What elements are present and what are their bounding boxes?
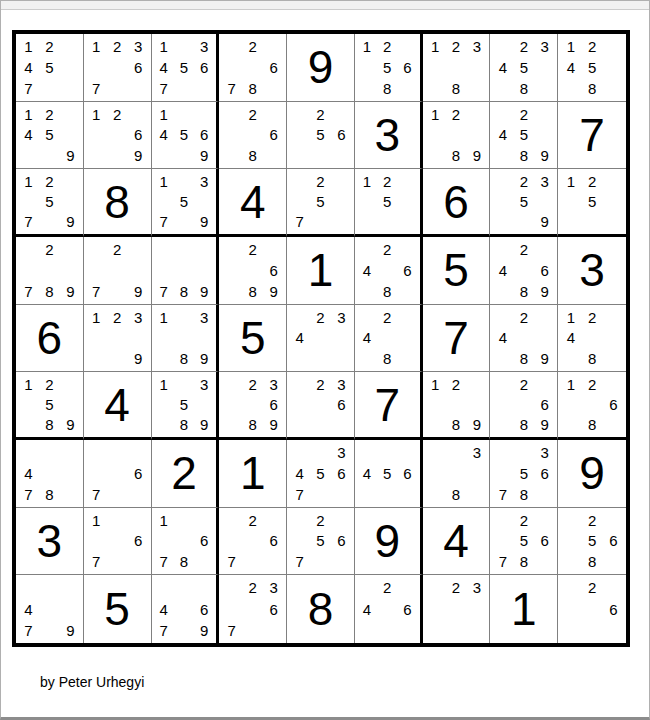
candidate-digit: 5 <box>377 463 397 484</box>
candidate-digit: 6 <box>194 57 214 78</box>
cell-r9c7[interactable]: 23 <box>423 575 491 643</box>
candidate-digit: 6 <box>263 125 284 146</box>
empty-candidate-slot <box>310 212 331 232</box>
cell-r2c2[interactable]: 1269 <box>84 102 152 170</box>
author-credit: by Peter Urhegyi <box>40 674 144 690</box>
empty-candidate-slot <box>174 239 194 260</box>
empty-candidate-slot <box>492 531 513 552</box>
candidate-digit: 6 <box>128 125 149 146</box>
cell-r1c3[interactable]: 134567 <box>152 34 220 102</box>
solved-digit: 5 <box>104 586 130 632</box>
candidate-digit: 7 <box>154 281 174 302</box>
candidate-digit: 2 <box>377 36 397 57</box>
empty-candidate-slot <box>60 442 81 463</box>
cell-r3c9[interactable]: 125 <box>558 169 626 237</box>
cell-r7c7[interactable]: 38 <box>423 440 491 508</box>
cell-r3c3[interactable]: 13579 <box>152 169 220 237</box>
empty-candidate-slot <box>310 415 331 435</box>
cell-r3c7[interactable]: 6 <box>423 169 491 237</box>
empty-candidate-slot <box>603 577 624 598</box>
cell-r2c7[interactable]: 1289 <box>423 102 491 170</box>
cell-r5c4[interactable]: 5 <box>219 305 287 373</box>
empty-candidate-slot <box>357 620 377 641</box>
candidate-digit: 9 <box>263 281 284 302</box>
candidate-digit: 1 <box>154 36 174 57</box>
empty-candidate-slot <box>560 510 581 531</box>
cell-r5c1[interactable]: 6 <box>16 305 84 373</box>
cell-r7c4[interactable]: 1 <box>219 440 287 508</box>
empty-candidate-slot <box>331 484 352 505</box>
empty-candidate-slot <box>425 577 446 598</box>
cell-r1c7[interactable]: 1238 <box>423 34 491 102</box>
empty-candidate-slot <box>603 374 624 394</box>
candidate-digit: 2 <box>377 307 397 328</box>
candidate-digit: 7 <box>289 212 310 232</box>
empty-candidate-slot <box>331 192 352 212</box>
cell-r4c8[interactable]: 24689 <box>490 237 558 305</box>
empty-candidate-slot <box>603 510 624 531</box>
cell-r8c2[interactable]: 167 <box>84 508 152 576</box>
empty-candidate-slot <box>534 78 555 99</box>
empty-candidate-slot <box>331 171 352 191</box>
empty-candidate-slot <box>86 57 107 78</box>
candidate-digit: 1 <box>86 36 107 57</box>
candidate-digit: 5 <box>39 125 60 146</box>
empty-candidate-slot <box>513 212 534 232</box>
candidate-digit: 6 <box>397 57 417 78</box>
cell-r3c8[interactable]: 2359 <box>490 169 558 237</box>
empty-candidate-slot <box>603 78 624 99</box>
candidate-digit: 5 <box>310 463 331 484</box>
empty-candidate-slot <box>60 57 81 78</box>
empty-candidate-slot <box>107 328 128 349</box>
sudoku-board: 1245712367134567267891256812382345812458… <box>12 30 630 647</box>
candidate-digit: 8 <box>446 415 467 435</box>
empty-candidate-slot <box>39 212 60 232</box>
empty-candidate-slot <box>492 463 513 484</box>
solved-digit: 7 <box>579 112 605 158</box>
candidate-digit: 1 <box>18 36 39 57</box>
cell-r6c6[interactable]: 7 <box>355 372 423 440</box>
empty-candidate-slot <box>86 328 107 349</box>
empty-candidate-slot <box>18 442 39 463</box>
candidate-digit: 4 <box>492 125 513 146</box>
candidate-digit: 7 <box>492 484 513 505</box>
candidate-digit: 6 <box>331 125 352 146</box>
cell-r9c5[interactable]: 8 <box>287 575 355 643</box>
candidate-digit: 9 <box>60 145 81 166</box>
cell-r8c8[interactable]: 25678 <box>490 508 558 576</box>
cell-r7c5[interactable]: 34567 <box>287 440 355 508</box>
empty-candidate-slot <box>467 104 488 125</box>
empty-candidate-slot <box>289 171 310 191</box>
empty-candidate-slot <box>560 212 581 232</box>
cell-r4c5[interactable]: 1 <box>287 237 355 305</box>
candidate-digit: 9 <box>534 145 555 166</box>
empty-candidate-slot <box>397 577 417 598</box>
candidate-digit: 6 <box>534 463 555 484</box>
empty-candidate-slot <box>39 577 60 598</box>
cell-r9c4[interactable]: 2367 <box>219 575 287 643</box>
empty-candidate-slot <box>174 531 194 552</box>
empty-candidate-slot <box>560 577 581 598</box>
empty-candidate-slot <box>194 328 214 349</box>
cell-r9c3[interactable]: 4679 <box>152 575 220 643</box>
empty-candidate-slot <box>492 36 513 57</box>
empty-candidate-slot <box>467 374 488 394</box>
candidate-digit: 3 <box>534 442 555 463</box>
empty-candidate-slot <box>534 484 555 505</box>
empty-candidate-slot <box>242 395 263 415</box>
empty-candidate-slot <box>603 307 624 328</box>
empty-candidate-slot <box>310 442 331 463</box>
cell-r6c9[interactable]: 1268 <box>558 372 626 440</box>
empty-candidate-slot <box>560 78 581 99</box>
cell-r8c3[interactable]: 1678 <box>152 508 220 576</box>
empty-candidate-slot <box>86 348 107 369</box>
empty-candidate-slot <box>39 78 60 99</box>
empty-candidate-slot <box>534 374 555 394</box>
empty-candidate-slot <box>128 442 149 463</box>
empty-candidate-slot <box>492 395 513 415</box>
candidate-digit: 5 <box>513 463 534 484</box>
empty-candidate-slot <box>86 145 107 166</box>
candidate-digit: 6 <box>194 125 214 146</box>
cell-r3c4[interactable]: 4 <box>219 169 287 237</box>
empty-candidate-slot <box>107 442 128 463</box>
candidate-digit: 8 <box>242 415 263 435</box>
empty-candidate-slot <box>174 307 194 328</box>
candidate-digit: 6 <box>603 599 624 620</box>
candidate-digit: 1 <box>425 104 446 125</box>
cell-r7c6[interactable]: 456 <box>355 440 423 508</box>
empty-candidate-slot <box>174 599 194 620</box>
candidate-digit: 2 <box>242 374 263 394</box>
solved-digit: 4 <box>240 179 266 225</box>
empty-candidate-slot <box>446 395 467 415</box>
empty-candidate-slot <box>263 104 284 125</box>
cell-r8c1[interactable]: 3 <box>16 508 84 576</box>
empty-candidate-slot <box>60 104 81 125</box>
cell-r5c9[interactable]: 1248 <box>558 305 626 373</box>
empty-candidate-slot <box>492 415 513 435</box>
candidate-digit: 6 <box>397 260 417 281</box>
cell-r8c6[interactable]: 9 <box>355 508 423 576</box>
cell-r4c3[interactable]: 789 <box>152 237 220 305</box>
solved-digit: 9 <box>579 450 605 496</box>
candidate-digit: 1 <box>154 510 174 531</box>
empty-candidate-slot <box>242 599 263 620</box>
empty-candidate-slot <box>60 599 81 620</box>
candidate-digit: 2 <box>513 307 534 328</box>
candidate-digit: 9 <box>60 281 81 302</box>
cell-r5c3[interactable]: 1389 <box>152 305 220 373</box>
empty-candidate-slot <box>18 239 39 260</box>
empty-candidate-slot <box>397 307 417 328</box>
empty-candidate-slot <box>154 145 174 166</box>
candidate-digit: 7 <box>154 551 174 572</box>
candidate-digit: 2 <box>446 36 467 57</box>
cell-r9c8[interactable]: 1 <box>490 575 558 643</box>
cell-r6c7[interactable]: 1289 <box>423 372 491 440</box>
candidate-digit: 9 <box>128 281 149 302</box>
empty-candidate-slot <box>492 348 513 369</box>
empty-candidate-slot <box>221 36 242 57</box>
empty-candidate-slot <box>603 551 624 572</box>
candidate-digit: 3 <box>331 374 352 394</box>
cell-r6c5[interactable]: 236 <box>287 372 355 440</box>
solved-digit: 1 <box>308 247 334 293</box>
candidate-digit: 2 <box>581 36 602 57</box>
empty-candidate-slot <box>39 442 60 463</box>
empty-candidate-slot <box>221 145 242 166</box>
candidate-digit: 3 <box>194 307 214 328</box>
empty-candidate-slot <box>154 239 174 260</box>
candidate-digit: 6 <box>331 395 352 415</box>
empty-candidate-slot <box>154 395 174 415</box>
candidate-digit: 3 <box>534 171 555 191</box>
candidate-digit: 1 <box>560 307 581 328</box>
cell-r5c8[interactable]: 2489 <box>490 305 558 373</box>
candidate-digit: 4 <box>357 599 377 620</box>
candidate-digit: 2 <box>310 104 331 125</box>
empty-candidate-slot <box>128 78 149 99</box>
cell-r8c7[interactable]: 4 <box>423 508 491 576</box>
cell-r6c2[interactable]: 4 <box>84 372 152 440</box>
cell-r5c5[interactable]: 234 <box>287 305 355 373</box>
cell-r1c5[interactable]: 9 <box>287 34 355 102</box>
empty-candidate-slot <box>154 192 174 212</box>
candidate-digit: 2 <box>513 104 534 125</box>
candidate-digit: 7 <box>18 78 39 99</box>
candidate-digit: 8 <box>39 484 60 505</box>
candidate-digit: 9 <box>60 212 81 232</box>
empty-candidate-slot <box>86 463 107 484</box>
candidate-digit: 2 <box>310 171 331 191</box>
empty-candidate-slot <box>60 260 81 281</box>
candidate-digit: 3 <box>128 307 149 328</box>
cell-r6c8[interactable]: 2689 <box>490 372 558 440</box>
cell-r6c4[interactable]: 23689 <box>219 372 287 440</box>
candidate-digit: 5 <box>310 531 331 552</box>
candidate-digit: 9 <box>60 620 81 641</box>
empty-candidate-slot <box>492 78 513 99</box>
empty-candidate-slot <box>60 171 81 191</box>
cell-r8c5[interactable]: 2567 <box>287 508 355 576</box>
empty-candidate-slot <box>263 620 284 641</box>
empty-candidate-slot <box>425 145 446 166</box>
empty-candidate-slot <box>154 260 174 281</box>
cell-r2c6[interactable]: 3 <box>355 102 423 170</box>
empty-candidate-slot <box>357 577 377 598</box>
cell-r5c6[interactable]: 248 <box>355 305 423 373</box>
cell-r4c6[interactable]: 2468 <box>355 237 423 305</box>
cell-r3c1[interactable]: 12579 <box>16 169 84 237</box>
cell-r7c3[interactable]: 2 <box>152 440 220 508</box>
empty-candidate-slot <box>86 239 107 260</box>
empty-candidate-slot <box>242 620 263 641</box>
candidate-digit: 7 <box>221 78 242 99</box>
empty-candidate-slot <box>425 395 446 415</box>
cell-r2c9[interactable]: 7 <box>558 102 626 170</box>
cell-r4c1[interactable]: 2789 <box>16 237 84 305</box>
empty-candidate-slot <box>60 484 81 505</box>
empty-candidate-slot <box>467 395 488 415</box>
candidate-digit: 4 <box>18 599 39 620</box>
empty-candidate-slot <box>492 104 513 125</box>
candidate-digit: 5 <box>581 531 602 552</box>
empty-candidate-slot <box>513 442 534 463</box>
empty-candidate-slot <box>289 510 310 531</box>
cell-r3c6[interactable]: 125 <box>355 169 423 237</box>
cell-r1c4[interactable]: 2678 <box>219 34 287 102</box>
candidate-digit: 8 <box>513 145 534 166</box>
cell-r2c8[interactable]: 24589 <box>490 102 558 170</box>
cell-r4c7[interactable]: 5 <box>423 237 491 305</box>
cell-r1c1[interactable]: 12457 <box>16 34 84 102</box>
empty-candidate-slot <box>221 510 242 531</box>
empty-candidate-slot <box>603 348 624 369</box>
candidate-digit: 2 <box>581 374 602 394</box>
candidate-digit: 4 <box>560 328 581 349</box>
cell-r5c2[interactable]: 1239 <box>84 305 152 373</box>
empty-candidate-slot <box>289 395 310 415</box>
cell-r9c9[interactable]: 26 <box>558 575 626 643</box>
candidate-digit: 4 <box>18 463 39 484</box>
empty-candidate-slot <box>446 57 467 78</box>
empty-candidate-slot <box>289 531 310 552</box>
empty-candidate-slot <box>18 192 39 212</box>
candidate-digit: 9 <box>467 415 488 435</box>
empty-candidate-slot <box>107 348 128 369</box>
candidate-digit: 8 <box>242 281 263 302</box>
empty-candidate-slot <box>60 125 81 146</box>
cell-r6c3[interactable]: 13589 <box>152 372 220 440</box>
cell-r3c2[interactable]: 8 <box>84 169 152 237</box>
empty-candidate-slot <box>534 328 555 349</box>
candidate-digit: 2 <box>107 36 128 57</box>
candidate-digit: 8 <box>446 145 467 166</box>
empty-candidate-slot <box>60 577 81 598</box>
candidate-digit: 8 <box>242 145 263 166</box>
candidate-digit: 2 <box>581 577 602 598</box>
empty-candidate-slot <box>492 212 513 232</box>
cell-r1c2[interactable]: 12367 <box>84 34 152 102</box>
candidate-digit: 6 <box>534 260 555 281</box>
empty-candidate-slot <box>86 260 107 281</box>
candidate-digit: 8 <box>513 348 534 369</box>
candidate-digit: 1 <box>154 374 174 394</box>
candidate-digit: 1 <box>18 104 39 125</box>
cell-r1c9[interactable]: 12458 <box>558 34 626 102</box>
cell-r8c9[interactable]: 2568 <box>558 508 626 576</box>
cell-r4c9[interactable]: 3 <box>558 237 626 305</box>
candidate-digit: 8 <box>174 415 194 435</box>
empty-candidate-slot <box>154 328 174 349</box>
cell-r3c5[interactable]: 257 <box>287 169 355 237</box>
empty-candidate-slot <box>467 620 488 641</box>
empty-candidate-slot <box>194 78 214 99</box>
cell-r4c4[interactable]: 2689 <box>219 237 287 305</box>
empty-candidate-slot <box>263 551 284 572</box>
cell-r4c2[interactable]: 279 <box>84 237 152 305</box>
candidate-digit: 9 <box>534 348 555 369</box>
cell-r2c3[interactable]: 14569 <box>152 102 220 170</box>
empty-candidate-slot <box>397 442 417 463</box>
empty-candidate-slot <box>107 260 128 281</box>
solved-digit: 8 <box>104 179 130 225</box>
candidate-digit: 9 <box>194 348 214 369</box>
empty-candidate-slot <box>492 281 513 302</box>
empty-candidate-slot <box>377 599 397 620</box>
cell-r9c2[interactable]: 5 <box>84 575 152 643</box>
cell-r2c4[interactable]: 268 <box>219 102 287 170</box>
cell-r2c5[interactable]: 256 <box>287 102 355 170</box>
empty-candidate-slot <box>263 145 284 166</box>
candidate-digit: 2 <box>107 104 128 125</box>
empty-candidate-slot <box>397 212 417 232</box>
empty-candidate-slot <box>289 145 310 166</box>
empty-candidate-slot <box>603 415 624 435</box>
candidate-digit: 2 <box>39 239 60 260</box>
cell-r2c1[interactable]: 12459 <box>16 102 84 170</box>
empty-candidate-slot <box>194 577 214 598</box>
cell-r1c6[interactable]: 12568 <box>355 34 423 102</box>
empty-candidate-slot <box>174 78 194 99</box>
empty-candidate-slot <box>107 125 128 146</box>
cell-r9c1[interactable]: 479 <box>16 575 84 643</box>
candidate-digit: 2 <box>513 374 534 394</box>
empty-candidate-slot <box>560 531 581 552</box>
cell-r1c8[interactable]: 23458 <box>490 34 558 102</box>
empty-candidate-slot <box>128 484 149 505</box>
empty-candidate-slot <box>174 36 194 57</box>
cell-r5c7[interactable]: 7 <box>423 305 491 373</box>
empty-candidate-slot <box>377 442 397 463</box>
candidate-digit: 2 <box>310 307 331 328</box>
cell-r7c1[interactable]: 478 <box>16 440 84 508</box>
cell-r7c9[interactable]: 9 <box>558 440 626 508</box>
cell-r7c2[interactable]: 67 <box>84 440 152 508</box>
candidate-digit: 2 <box>242 239 263 260</box>
candidate-digit: 6 <box>128 463 149 484</box>
empty-candidate-slot <box>357 212 377 232</box>
candidate-digit: 1 <box>18 374 39 394</box>
candidate-digit: 2 <box>310 510 331 531</box>
cell-r6c1[interactable]: 12589 <box>16 372 84 440</box>
cell-r7c8[interactable]: 35678 <box>490 440 558 508</box>
empty-candidate-slot <box>513 395 534 415</box>
cell-r8c4[interactable]: 267 <box>219 508 287 576</box>
solved-digit: 9 <box>374 518 400 564</box>
candidate-digit: 7 <box>18 212 39 232</box>
empty-candidate-slot <box>425 620 446 641</box>
candidate-digit: 2 <box>513 36 534 57</box>
empty-candidate-slot <box>534 239 555 260</box>
candidate-digit: 7 <box>86 551 107 572</box>
empty-candidate-slot <box>154 348 174 369</box>
empty-candidate-slot <box>357 348 377 369</box>
candidate-digit: 7 <box>221 551 242 572</box>
empty-candidate-slot <box>467 484 488 505</box>
candidate-digit: 8 <box>446 78 467 99</box>
cell-r9c6[interactable]: 246 <box>355 575 423 643</box>
empty-candidate-slot <box>357 307 377 328</box>
candidate-digit: 2 <box>39 374 60 394</box>
candidate-digit: 6 <box>263 260 284 281</box>
candidate-digit: 1 <box>560 36 581 57</box>
candidate-digit: 2 <box>377 239 397 260</box>
